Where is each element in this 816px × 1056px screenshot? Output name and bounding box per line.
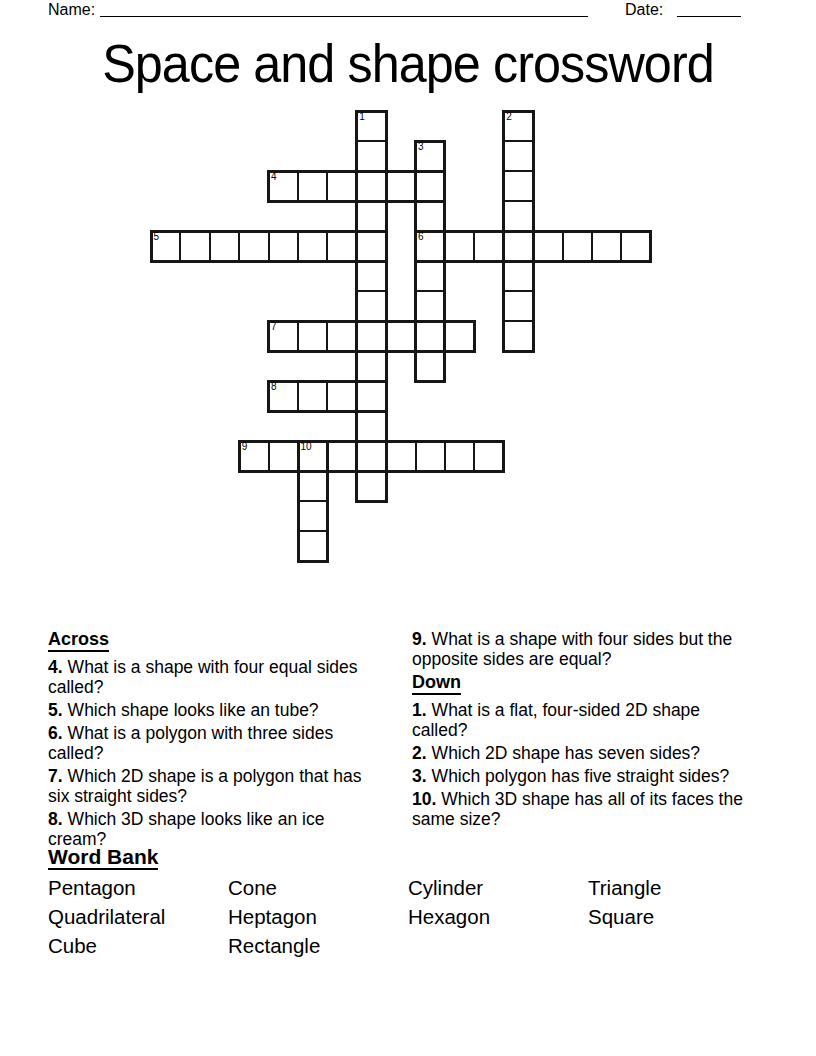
down-heading: Down bbox=[412, 672, 461, 695]
crossword-grid: 45678912310 bbox=[150, 110, 653, 563]
across-heading: Across bbox=[48, 629, 109, 652]
name-label: Name: bbox=[48, 1, 95, 19]
date-input-line[interactable] bbox=[677, 2, 741, 17]
clue-down-2: 2.Which 2D shape has seven sides? bbox=[412, 743, 746, 763]
clue-down-10: 10.Which 3D shape has all of its faces t… bbox=[412, 789, 746, 829]
clue-down-1: 1.What is a flat, four-sided 2D shape ca… bbox=[412, 700, 746, 740]
clue-number-label: 4 bbox=[271, 172, 277, 182]
word-bank-item: Hexagon bbox=[408, 907, 588, 927]
word-outline-3-down bbox=[414, 140, 446, 383]
down-clues-column: 9.What is a shape with four sides but th… bbox=[412, 629, 746, 832]
clue-number-label: 8 bbox=[271, 382, 277, 392]
clue-number-label: 7 bbox=[271, 322, 277, 332]
clue-down-3: 3.Which polygon has five straight sides? bbox=[412, 766, 746, 786]
clue-number-label: 10 bbox=[301, 442, 312, 452]
clue-across-4: 4.What is a shape with four equal sides … bbox=[48, 657, 366, 697]
word-bank-item: Square bbox=[588, 907, 768, 927]
clue-across-5: 5.Which shape looks like an tube? bbox=[48, 700, 366, 720]
word-bank-item: Quadrilateral bbox=[48, 907, 228, 927]
clue-across-9: 9.What is a shape with four sides but th… bbox=[412, 629, 746, 669]
word-bank-item: Cone bbox=[228, 878, 408, 898]
word-bank-heading: Word Bank bbox=[48, 845, 158, 870]
word-bank-item: Cylinder bbox=[408, 878, 588, 898]
word-bank-item: Cube bbox=[48, 936, 228, 956]
word-bank-item: Triangle bbox=[588, 878, 768, 898]
clue-across-6: 6.What is a polygon with three sides cal… bbox=[48, 723, 366, 763]
clue-across-8: 8.Which 3D shape looks like an ice cream… bbox=[48, 809, 366, 849]
clue-number-label: 5 bbox=[154, 232, 160, 242]
clue-number-label: 1 bbox=[359, 112, 365, 122]
word-outline-10-down bbox=[297, 440, 329, 563]
clue-number-label: 9 bbox=[242, 442, 248, 452]
across-clues-column: Across 4.What is a shape with four equal… bbox=[48, 629, 366, 852]
name-input-line[interactable] bbox=[100, 2, 588, 17]
clue-across-7: 7.Which 2D shape is a polygon that has s… bbox=[48, 766, 366, 806]
word-outline-1-down bbox=[355, 110, 387, 503]
clue-number-label: 6 bbox=[418, 232, 424, 242]
word-bank-item: Heptagon bbox=[228, 907, 408, 927]
word-bank-grid: Pentagon Cone Cylinder Triangle Quadrila… bbox=[48, 878, 768, 956]
word-outline-5-across bbox=[150, 230, 388, 263]
word-outline-2-down bbox=[502, 110, 534, 353]
word-bank-item: Rectangle bbox=[228, 936, 408, 956]
worksheet-title: Space and shape crossword bbox=[20, 33, 795, 94]
word-bank-section: Word Bank Pentagon Cone Cylinder Triangl… bbox=[48, 845, 768, 956]
worksheet-page: Name: Date: Space and shape crossword 45… bbox=[0, 0, 816, 1056]
clue-number-label: 3 bbox=[418, 142, 424, 152]
word-bank-item: Pentagon bbox=[48, 878, 228, 898]
clue-number-label: 2 bbox=[506, 112, 512, 122]
date-label: Date: bbox=[625, 1, 663, 19]
